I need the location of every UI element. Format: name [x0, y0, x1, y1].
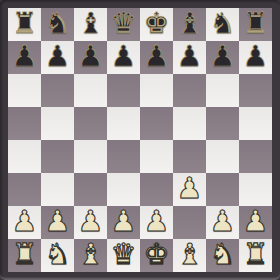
square-b4[interactable] [41, 140, 74, 173]
piece-black-pawn-c7[interactable]: ♟ [78, 40, 104, 73]
square-f1[interactable]: ♝ [173, 239, 206, 272]
square-e4[interactable] [140, 140, 173, 173]
square-b5[interactable] [41, 107, 74, 140]
square-a4[interactable] [8, 140, 41, 173]
square-b1[interactable]: ♞ [41, 239, 74, 272]
square-d3[interactable] [107, 173, 140, 206]
square-c7[interactable]: ♟ [74, 41, 107, 74]
piece-white-pawn-d2[interactable]: ♟ [111, 205, 137, 238]
square-g2[interactable]: ♟ [206, 206, 239, 239]
square-f7[interactable]: ♟ [173, 41, 206, 74]
square-g5[interactable] [206, 107, 239, 140]
square-h5[interactable] [239, 107, 272, 140]
piece-black-rook-a8[interactable]: ♜ [12, 7, 38, 40]
square-f6[interactable] [173, 74, 206, 107]
piece-black-pawn-e7[interactable]: ♟ [144, 40, 170, 73]
square-g1[interactable]: ♞ [206, 239, 239, 272]
square-h7[interactable]: ♟ [239, 41, 272, 74]
piece-white-pawn-e2[interactable]: ♟ [144, 205, 170, 238]
piece-white-pawn-f3[interactable]: ♟ [177, 172, 203, 205]
square-e7[interactable]: ♟ [140, 41, 173, 74]
square-h6[interactable] [239, 74, 272, 107]
piece-white-bishop-c1[interactable]: ♝ [78, 238, 104, 271]
square-g6[interactable] [206, 74, 239, 107]
piece-white-pawn-g2[interactable]: ♟ [210, 205, 236, 238]
piece-black-king-e8[interactable]: ♚ [144, 7, 170, 40]
piece-white-king-e1[interactable]: ♚ [144, 238, 170, 271]
square-f4[interactable] [173, 140, 206, 173]
piece-white-bishop-f1[interactable]: ♝ [177, 238, 203, 271]
square-c3[interactable] [74, 173, 107, 206]
square-b2[interactable]: ♟ [41, 206, 74, 239]
square-c4[interactable] [74, 140, 107, 173]
piece-white-rook-a1[interactable]: ♜ [12, 238, 38, 271]
piece-black-knight-g8[interactable]: ♞ [210, 7, 236, 40]
piece-black-pawn-d7[interactable]: ♟ [111, 40, 137, 73]
square-a2[interactable]: ♟ [8, 206, 41, 239]
square-c2[interactable]: ♟ [74, 206, 107, 239]
board-frame: ♜♞♝♛♚♝♞♜♟♟♟♟♟♟♟♟♟♟♟♟♟♟♟♟♜♞♝♛♚♝♞♜ [0, 0, 280, 280]
square-b3[interactable] [41, 173, 74, 206]
square-h8[interactable]: ♜ [239, 8, 272, 41]
piece-black-pawn-g7[interactable]: ♟ [210, 40, 236, 73]
square-c5[interactable] [74, 107, 107, 140]
piece-black-pawn-b7[interactable]: ♟ [45, 40, 71, 73]
square-h4[interactable] [239, 140, 272, 173]
square-e8[interactable]: ♚ [140, 8, 173, 41]
piece-black-pawn-a7[interactable]: ♟ [12, 40, 38, 73]
piece-black-bishop-f8[interactable]: ♝ [177, 7, 203, 40]
square-h1[interactable]: ♜ [239, 239, 272, 272]
piece-white-queen-d1[interactable]: ♛ [111, 238, 137, 271]
square-a7[interactable]: ♟ [8, 41, 41, 74]
square-d5[interactable] [107, 107, 140, 140]
square-h3[interactable] [239, 173, 272, 206]
square-g4[interactable] [206, 140, 239, 173]
square-e3[interactable] [140, 173, 173, 206]
piece-white-pawn-h2[interactable]: ♟ [243, 205, 269, 238]
piece-black-pawn-f7[interactable]: ♟ [177, 40, 203, 73]
piece-black-bishop-c8[interactable]: ♝ [78, 7, 104, 40]
square-d2[interactable]: ♟ [107, 206, 140, 239]
square-f2[interactable] [173, 206, 206, 239]
piece-black-pawn-h7[interactable]: ♟ [243, 40, 269, 73]
square-g3[interactable] [206, 173, 239, 206]
piece-white-rook-h1[interactable]: ♜ [243, 238, 269, 271]
piece-white-knight-b1[interactable]: ♞ [45, 238, 71, 271]
square-c8[interactable]: ♝ [74, 8, 107, 41]
square-a3[interactable] [8, 173, 41, 206]
square-e2[interactable]: ♟ [140, 206, 173, 239]
piece-white-knight-g1[interactable]: ♞ [210, 238, 236, 271]
piece-black-knight-b8[interactable]: ♞ [45, 7, 71, 40]
square-a5[interactable] [8, 107, 41, 140]
square-d8[interactable]: ♛ [107, 8, 140, 41]
square-e1[interactable]: ♚ [140, 239, 173, 272]
square-f8[interactable]: ♝ [173, 8, 206, 41]
square-f3[interactable]: ♟ [173, 173, 206, 206]
square-g7[interactable]: ♟ [206, 41, 239, 74]
square-d4[interactable] [107, 140, 140, 173]
square-e6[interactable] [140, 74, 173, 107]
square-a1[interactable]: ♜ [8, 239, 41, 272]
square-b8[interactable]: ♞ [41, 8, 74, 41]
square-d1[interactable]: ♛ [107, 239, 140, 272]
square-f5[interactable] [173, 107, 206, 140]
square-c6[interactable] [74, 74, 107, 107]
piece-black-queen-d8[interactable]: ♛ [111, 7, 137, 40]
piece-white-pawn-a2[interactable]: ♟ [12, 205, 38, 238]
square-b6[interactable] [41, 74, 74, 107]
square-a6[interactable] [8, 74, 41, 107]
square-c1[interactable]: ♝ [74, 239, 107, 272]
square-d6[interactable] [107, 74, 140, 107]
square-h2[interactable]: ♟ [239, 206, 272, 239]
piece-black-rook-h8[interactable]: ♜ [243, 7, 269, 40]
chess-board: ♜♞♝♛♚♝♞♜♟♟♟♟♟♟♟♟♟♟♟♟♟♟♟♟♜♞♝♛♚♝♞♜ [8, 8, 272, 272]
square-b7[interactable]: ♟ [41, 41, 74, 74]
square-a8[interactable]: ♜ [8, 8, 41, 41]
piece-white-pawn-b2[interactable]: ♟ [45, 205, 71, 238]
piece-white-pawn-c2[interactable]: ♟ [78, 205, 104, 238]
square-g8[interactable]: ♞ [206, 8, 239, 41]
square-d7[interactable]: ♟ [107, 41, 140, 74]
square-e5[interactable] [140, 107, 173, 140]
